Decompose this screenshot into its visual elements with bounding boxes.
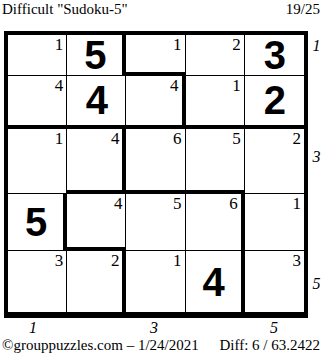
header: Difficult "Sudoku-5" 19/25 <box>0 0 321 18</box>
row-label-3: 3 <box>312 149 321 165</box>
cell-r5c1[interactable]: 3 <box>8 251 67 312</box>
given-digit: 4 <box>86 80 107 120</box>
cell-r1c1[interactable]: 1 <box>8 35 67 76</box>
corner-clue: 5 <box>173 194 182 214</box>
col-label-1: 1 <box>26 320 40 336</box>
cell-r3c3[interactable]: 6 <box>126 129 185 195</box>
corner-clue: 1 <box>232 76 241 96</box>
cell-r4c5[interactable]: 1 <box>245 194 304 251</box>
cell-r1c5[interactable]: 3 <box>245 35 304 76</box>
cell-r4c1[interactable]: 5 <box>8 194 67 251</box>
cell-r5c2[interactable]: 2 <box>67 251 126 312</box>
cell-r4c4[interactable]: 6 <box>186 194 245 251</box>
corner-clue: 4 <box>114 194 123 214</box>
corner-clue: 2 <box>111 251 120 271</box>
cell-r5c5[interactable]: 3 <box>245 251 304 312</box>
cell-r5c4[interactable]: 4 <box>186 251 245 312</box>
corner-clue: 5 <box>232 129 241 149</box>
given-digit: 4 <box>203 262 224 302</box>
corner-clue: 3 <box>293 251 302 271</box>
corner-clue: 4 <box>170 76 179 96</box>
cell-r4c2[interactable]: 4 <box>67 194 126 251</box>
corner-clue: 1 <box>293 194 302 214</box>
corner-clue: 6 <box>173 129 182 149</box>
footer: ©grouppuzzles.com – 1/24/2021 Diff: 6 / … <box>0 337 321 353</box>
puzzle-counter: 19/25 <box>286 1 320 17</box>
corner-clue: 1 <box>173 35 182 55</box>
puzzle-title: Difficult "Sudoku-5" <box>2 1 128 17</box>
cell-r2c2[interactable]: 4 <box>67 76 126 129</box>
cell-r2c5[interactable]: 2 <box>245 76 304 129</box>
copyright-text: ©grouppuzzles.com – 1/24/2021 <box>2 337 199 353</box>
corner-clue: 1 <box>55 129 64 149</box>
col-label-3: 3 <box>147 320 161 336</box>
col-label-5: 5 <box>267 320 281 336</box>
corner-clue: 6 <box>229 194 238 214</box>
given-digit: 5 <box>84 35 105 75</box>
cell-r2c3[interactable]: 4 <box>126 76 185 129</box>
given-digit: 2 <box>264 80 285 120</box>
corner-clue: 1 <box>55 35 64 55</box>
cell-r1c3[interactable]: 1 <box>126 35 185 76</box>
cell-r2c4[interactable]: 1 <box>186 76 245 129</box>
corner-clue: 3 <box>55 251 64 271</box>
sudoku5-board: 1512344412146525456132143 <box>4 31 308 318</box>
row-label-5: 5 <box>312 276 321 292</box>
cell-r3c4[interactable]: 5 <box>186 129 245 195</box>
corner-clue: 2 <box>232 35 241 55</box>
cell-r3c1[interactable]: 1 <box>8 129 67 195</box>
cell-r1c4[interactable]: 2 <box>186 35 245 76</box>
corner-clue: 4 <box>111 129 120 149</box>
corner-clue: 1 <box>173 251 182 271</box>
row-label-1: 1 <box>312 38 321 54</box>
corner-clue: 4 <box>55 76 64 96</box>
difficulty-text: Diff: 6 / 63.2422 <box>219 337 320 353</box>
cell-r4c3[interactable]: 5 <box>126 194 185 251</box>
corner-clue: 2 <box>293 129 302 149</box>
given-digit: 3 <box>264 35 285 75</box>
cell-r3c5[interactable]: 2 <box>245 129 304 195</box>
cell-r3c2[interactable]: 4 <box>67 129 126 195</box>
cell-r1c2[interactable]: 5 <box>67 35 126 76</box>
cell-r2c1[interactable]: 4 <box>8 76 67 129</box>
cell-r5c3[interactable]: 1 <box>126 251 185 312</box>
given-digit: 5 <box>25 202 46 242</box>
